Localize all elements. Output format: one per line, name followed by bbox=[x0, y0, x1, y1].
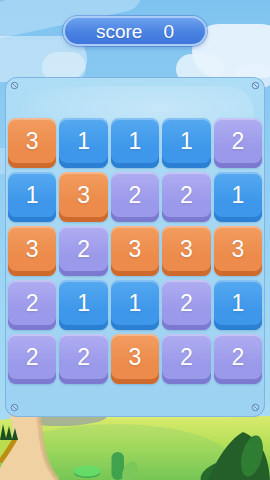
tile-r4c2[interactable]: 1 bbox=[59, 280, 107, 330]
tile-r3c5[interactable]: 3 bbox=[214, 226, 262, 276]
tile-r1c1[interactable]: 3 bbox=[8, 118, 56, 168]
screw-icon bbox=[10, 403, 19, 412]
score-label: score bbox=[96, 22, 142, 41]
tile-r2c5[interactable]: 1 bbox=[214, 172, 262, 222]
game-screen: score 0 3111213221323332112122322 bbox=[0, 0, 270, 480]
score-value: 0 bbox=[163, 22, 174, 41]
tile-r5c5[interactable]: 2 bbox=[214, 334, 262, 384]
tile-r3c2[interactable]: 2 bbox=[59, 226, 107, 276]
tile-r2c4[interactable]: 2 bbox=[162, 172, 210, 222]
tile-r1c4[interactable]: 1 bbox=[162, 118, 210, 168]
tile-r3c4[interactable]: 3 bbox=[162, 226, 210, 276]
tile-r3c1[interactable]: 3 bbox=[8, 226, 56, 276]
tile-r4c3[interactable]: 1 bbox=[111, 280, 159, 330]
tile-r2c3[interactable]: 2 bbox=[111, 172, 159, 222]
screw-icon bbox=[251, 81, 260, 90]
tile-r5c4[interactable]: 2 bbox=[162, 334, 210, 384]
tile-r1c2[interactable]: 1 bbox=[59, 118, 107, 168]
screw-icon bbox=[251, 403, 260, 412]
screw-icon bbox=[10, 81, 19, 90]
tile-r4c5[interactable]: 1 bbox=[214, 280, 262, 330]
game-board: 3111213221323332112122322 bbox=[5, 77, 265, 417]
tile-r3c3[interactable]: 3 bbox=[111, 226, 159, 276]
tile-r4c4[interactable]: 2 bbox=[162, 280, 210, 330]
tile-r1c3[interactable]: 1 bbox=[111, 118, 159, 168]
landscape bbox=[0, 410, 270, 480]
tile-r5c2[interactable]: 2 bbox=[59, 334, 107, 384]
tile-r4c1[interactable]: 2 bbox=[8, 280, 56, 330]
tile-r5c1[interactable]: 2 bbox=[8, 334, 56, 384]
tile-grid: 3111213221323332112122322 bbox=[8, 118, 262, 384]
score-pill: score 0 bbox=[63, 16, 207, 46]
tile-r5c3[interactable]: 3 bbox=[111, 334, 159, 384]
tile-r1c5[interactable]: 2 bbox=[214, 118, 262, 168]
tile-r2c1[interactable]: 1 bbox=[8, 172, 56, 222]
tile-r2c2[interactable]: 3 bbox=[59, 172, 107, 222]
